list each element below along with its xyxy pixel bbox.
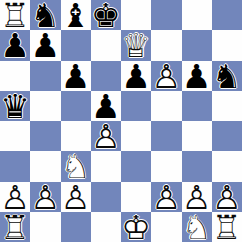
piece-glyph: ♝ bbox=[61, 0, 91, 32]
piece-glyph: ♟ bbox=[121, 60, 151, 93]
piece-glyph: ♟ bbox=[182, 60, 212, 93]
square-a7[interactable]: ♟ bbox=[0, 30, 30, 60]
piece-outline-layer: ♙ bbox=[152, 181, 182, 214]
black-pawn[interactable]: ♟ bbox=[61, 61, 91, 94]
piece-outline-layer: ♖ bbox=[0, 211, 30, 242]
white-pawn[interactable]: ♟♙ bbox=[61, 182, 91, 215]
piece-glyph: ♞ bbox=[212, 60, 242, 93]
piece-outline-layer: ♙ bbox=[152, 60, 182, 93]
square-g1[interactable]: ♞♘ bbox=[182, 212, 212, 242]
square-e1[interactable]: ♚♔ bbox=[121, 212, 151, 242]
square-f6[interactable]: ♟♙ bbox=[151, 61, 181, 91]
square-f1[interactable] bbox=[151, 212, 181, 242]
piece-glyph: ♟ bbox=[61, 60, 91, 93]
square-d7[interactable] bbox=[91, 30, 121, 60]
square-g4[interactable] bbox=[182, 121, 212, 151]
piece-outline-layer: ♔ bbox=[121, 211, 151, 242]
white-pawn[interactable]: ♟♙ bbox=[91, 121, 121, 154]
square-b5[interactable] bbox=[30, 91, 60, 121]
white-rook[interactable]: ♜♖ bbox=[212, 212, 242, 242]
piece-glyph: ♛ bbox=[0, 90, 30, 123]
square-d8[interactable]: ♚ bbox=[91, 0, 121, 30]
square-d1[interactable] bbox=[91, 212, 121, 242]
square-c8[interactable]: ♝ bbox=[61, 0, 91, 30]
square-g6[interactable]: ♟ bbox=[182, 61, 212, 91]
piece-outline-layer: ♙ bbox=[31, 181, 61, 214]
white-pawn[interactable]: ♟♙ bbox=[151, 182, 181, 215]
square-b6[interactable] bbox=[30, 61, 60, 91]
square-e3[interactable] bbox=[121, 151, 151, 181]
square-d2[interactable] bbox=[91, 182, 121, 212]
square-h4[interactable] bbox=[212, 121, 242, 151]
black-pawn[interactable]: ♟ bbox=[182, 61, 212, 94]
black-queen[interactable]: ♛ bbox=[0, 91, 30, 124]
square-c1[interactable] bbox=[61, 212, 91, 242]
square-c2[interactable]: ♟♙ bbox=[61, 182, 91, 212]
white-king[interactable]: ♚♔ bbox=[121, 212, 151, 242]
piece-outline-layer: ♙ bbox=[91, 120, 121, 153]
square-f8[interactable] bbox=[151, 0, 181, 30]
square-h8[interactable] bbox=[212, 0, 242, 30]
square-g8[interactable] bbox=[182, 0, 212, 30]
square-h6[interactable]: ♞ bbox=[212, 61, 242, 91]
white-pawn[interactable]: ♟♙ bbox=[30, 182, 60, 215]
piece-glyph: ♟ bbox=[31, 29, 61, 62]
square-f5[interactable] bbox=[151, 91, 181, 121]
black-king[interactable]: ♚ bbox=[91, 0, 121, 33]
square-c5[interactable] bbox=[61, 91, 91, 121]
piece-glyph: ♚ bbox=[91, 0, 121, 32]
square-b7[interactable]: ♟ bbox=[30, 30, 60, 60]
piece-outline-layer: ♖ bbox=[212, 211, 242, 242]
chess-board: ♜♖♞♝♚♟♟♛♕♟♟♟♙♟♞♛♟♟♙♞♘♟♙♟♙♟♙♟♙♟♙♟♙♜♖♚♔♞♘♜… bbox=[0, 0, 242, 242]
square-h5[interactable] bbox=[212, 91, 242, 121]
square-e5[interactable] bbox=[121, 91, 151, 121]
white-knight[interactable]: ♞♘ bbox=[182, 212, 212, 242]
black-bishop[interactable]: ♝ bbox=[61, 0, 91, 33]
square-b4[interactable] bbox=[30, 121, 60, 151]
square-f4[interactable] bbox=[151, 121, 181, 151]
white-pawn[interactable]: ♟♙ bbox=[151, 61, 181, 94]
black-knight[interactable]: ♞ bbox=[212, 61, 242, 94]
piece-glyph: ♟ bbox=[0, 29, 30, 62]
square-c6[interactable]: ♟ bbox=[61, 61, 91, 91]
white-rook[interactable]: ♜♖ bbox=[0, 212, 30, 242]
square-b2[interactable]: ♟♙ bbox=[30, 182, 60, 212]
square-a1[interactable]: ♜♖ bbox=[0, 212, 30, 242]
piece-outline-layer: ♙ bbox=[61, 181, 91, 214]
square-d3[interactable] bbox=[91, 151, 121, 181]
black-pawn[interactable]: ♟ bbox=[121, 61, 151, 94]
square-e6[interactable]: ♟ bbox=[121, 61, 151, 91]
square-a5[interactable]: ♛ bbox=[0, 91, 30, 121]
square-f2[interactable]: ♟♙ bbox=[151, 182, 181, 212]
piece-outline-layer: ♘ bbox=[182, 211, 212, 242]
square-g5[interactable] bbox=[182, 91, 212, 121]
black-pawn[interactable]: ♟ bbox=[30, 30, 60, 63]
square-e4[interactable] bbox=[121, 121, 151, 151]
black-pawn[interactable]: ♟ bbox=[0, 30, 30, 63]
square-h1[interactable]: ♜♖ bbox=[212, 212, 242, 242]
square-d4[interactable]: ♟♙ bbox=[91, 121, 121, 151]
square-a4[interactable] bbox=[0, 121, 30, 151]
square-b1[interactable] bbox=[30, 212, 60, 242]
